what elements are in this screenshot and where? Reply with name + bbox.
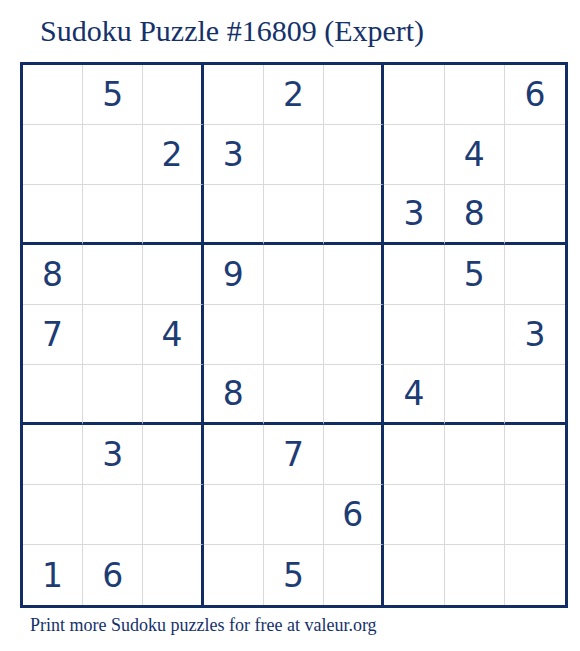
cell-r2c5[interactable] [264,125,324,185]
cell-r6c7[interactable]: 4 [384,365,444,425]
cell-r1c9[interactable]: 6 [505,65,565,125]
cell-r1c2[interactable]: 5 [83,65,143,125]
cell-r7c7[interactable] [384,425,444,485]
cell-r7c6[interactable] [324,425,384,485]
cell-r7c8[interactable] [445,425,505,485]
cell-r1c4[interactable] [204,65,264,125]
footer-text: Print more Sudoku puzzles for free at va… [30,615,377,636]
cell-r6c8[interactable] [445,365,505,425]
cell-r3c8[interactable]: 8 [445,185,505,245]
cell-r7c5[interactable]: 7 [264,425,324,485]
cell-r3c2[interactable] [83,185,143,245]
cell-r5c3[interactable]: 4 [143,305,203,365]
cell-r4c1[interactable]: 8 [23,245,83,305]
cell-r1c7[interactable] [384,65,444,125]
cell-r5c1[interactable]: 7 [23,305,83,365]
cell-r8c4[interactable] [204,485,264,545]
cell-r8c1[interactable] [23,485,83,545]
sudoku-board: 5262343889574384376165 [20,62,568,608]
cell-r8c5[interactable] [264,485,324,545]
cell-r2c7[interactable] [384,125,444,185]
cell-r6c2[interactable] [83,365,143,425]
cell-r9c1[interactable]: 1 [23,545,83,605]
cell-r4c3[interactable] [143,245,203,305]
cell-r7c1[interactable] [23,425,83,485]
cell-r9c7[interactable] [384,545,444,605]
page-title: Sudoku Puzzle #16809 (Expert) [40,14,424,48]
cell-r5c2[interactable] [83,305,143,365]
cell-r4c2[interactable] [83,245,143,305]
cell-r3c9[interactable] [505,185,565,245]
cell-r5c6[interactable] [324,305,384,365]
cell-r4c6[interactable] [324,245,384,305]
cell-r8c2[interactable] [83,485,143,545]
cell-r3c3[interactable] [143,185,203,245]
cell-r8c3[interactable] [143,485,203,545]
cell-r2c2[interactable] [83,125,143,185]
cell-r7c3[interactable] [143,425,203,485]
cell-r2c6[interactable] [324,125,384,185]
cell-r1c5[interactable]: 2 [264,65,324,125]
cell-r4c5[interactable] [264,245,324,305]
cell-r1c1[interactable] [23,65,83,125]
cell-r9c9[interactable] [505,545,565,605]
cell-r4c7[interactable] [384,245,444,305]
cell-r9c4[interactable] [204,545,264,605]
cell-r1c3[interactable] [143,65,203,125]
cell-r5c8[interactable] [445,305,505,365]
cell-r9c3[interactable] [143,545,203,605]
cell-r2c1[interactable] [23,125,83,185]
cell-r3c6[interactable] [324,185,384,245]
cell-r4c9[interactable] [505,245,565,305]
cell-r2c4[interactable]: 3 [204,125,264,185]
cell-r6c3[interactable] [143,365,203,425]
cell-r8c9[interactable] [505,485,565,545]
cell-r9c2[interactable]: 6 [83,545,143,605]
cell-r8c7[interactable] [384,485,444,545]
cell-r5c7[interactable] [384,305,444,365]
cell-r5c9[interactable]: 3 [505,305,565,365]
cell-r8c8[interactable] [445,485,505,545]
cell-r5c4[interactable] [204,305,264,365]
cell-r7c4[interactable] [204,425,264,485]
cell-r5c5[interactable] [264,305,324,365]
cell-r6c4[interactable]: 8 [204,365,264,425]
cell-r7c9[interactable] [505,425,565,485]
cell-r2c3[interactable]: 2 [143,125,203,185]
cell-r4c8[interactable]: 5 [445,245,505,305]
cell-r6c6[interactable] [324,365,384,425]
cell-r2c8[interactable]: 4 [445,125,505,185]
cell-r7c2[interactable]: 3 [83,425,143,485]
cell-r9c5[interactable]: 5 [264,545,324,605]
cell-r3c7[interactable]: 3 [384,185,444,245]
cell-r6c9[interactable] [505,365,565,425]
cell-r4c4[interactable]: 9 [204,245,264,305]
sudoku-page: Sudoku Puzzle #16809 (Expert) 5262343889… [0,0,580,651]
cell-r6c5[interactable] [264,365,324,425]
cell-r1c8[interactable] [445,65,505,125]
cell-r3c5[interactable] [264,185,324,245]
cell-r8c6[interactable]: 6 [324,485,384,545]
cell-r9c6[interactable] [324,545,384,605]
cell-r9c8[interactable] [445,545,505,605]
cell-r1c6[interactable] [324,65,384,125]
cell-r6c1[interactable] [23,365,83,425]
cell-r2c9[interactable] [505,125,565,185]
cell-r3c4[interactable] [204,185,264,245]
cell-r3c1[interactable] [23,185,83,245]
